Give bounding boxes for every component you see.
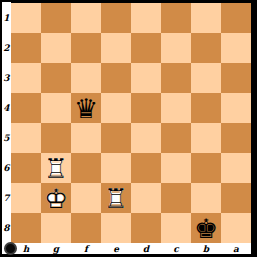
square-b5[interactable] — [191, 123, 221, 153]
square-f3[interactable] — [71, 63, 101, 93]
square-g1[interactable] — [41, 3, 71, 33]
square-g4[interactable] — [41, 93, 71, 123]
rank-label-8: 8 — [2, 213, 11, 243]
square-c4[interactable] — [161, 93, 191, 123]
square-d5[interactable] — [131, 123, 161, 153]
square-c1[interactable] — [161, 3, 191, 33]
square-b7[interactable] — [191, 183, 221, 213]
square-b3[interactable] — [191, 63, 221, 93]
square-d6[interactable] — [131, 153, 161, 183]
square-f4[interactable]: ♛ — [71, 93, 101, 123]
white-rook-g6[interactable]: ♖ — [41, 153, 71, 183]
square-e3[interactable] — [101, 63, 131, 93]
square-h8[interactable] — [11, 213, 41, 243]
square-h1[interactable] — [11, 3, 41, 33]
square-g6[interactable]: ♜♖ — [41, 153, 71, 183]
square-f5[interactable] — [71, 123, 101, 153]
square-d2[interactable] — [131, 33, 161, 63]
square-d7[interactable] — [131, 183, 161, 213]
square-e4[interactable] — [101, 93, 131, 123]
square-c6[interactable] — [161, 153, 191, 183]
square-f7[interactable] — [71, 183, 101, 213]
rank-label-4: 4 — [2, 93, 11, 123]
square-c7[interactable] — [161, 183, 191, 213]
white-rook-e7[interactable]: ♖ — [101, 183, 131, 213]
square-e2[interactable] — [101, 33, 131, 63]
square-h6[interactable] — [11, 153, 41, 183]
square-h5[interactable] — [11, 123, 41, 153]
square-c3[interactable] — [161, 63, 191, 93]
square-g5[interactable] — [41, 123, 71, 153]
square-d8[interactable] — [131, 213, 161, 243]
square-d4[interactable] — [131, 93, 161, 123]
rank-label-2: 2 — [2, 33, 11, 63]
square-e6[interactable] — [101, 153, 131, 183]
square-c2[interactable] — [161, 33, 191, 63]
square-e5[interactable] — [101, 123, 131, 153]
square-c8[interactable] — [161, 213, 191, 243]
square-e7[interactable]: ♜♖ — [101, 183, 131, 213]
square-g7[interactable]: ♚♔ — [41, 183, 71, 213]
black-queen-f4[interactable]: ♛ — [71, 93, 101, 123]
black-king-b8[interactable]: ♚ — [191, 213, 221, 243]
rank-label-1: 1 — [2, 3, 11, 33]
square-f6[interactable] — [71, 153, 101, 183]
square-b8[interactable]: ♚ — [191, 213, 221, 243]
square-a4[interactable] — [221, 93, 251, 123]
file-label-b: b — [191, 243, 221, 254]
rank-label-7: 7 — [2, 183, 11, 213]
file-label-c: c — [161, 243, 191, 254]
square-e1[interactable] — [101, 3, 131, 33]
square-e8[interactable] — [101, 213, 131, 243]
rank-label-5: 5 — [2, 123, 11, 153]
square-a7[interactable] — [221, 183, 251, 213]
file-label-e: e — [101, 243, 131, 254]
file-label-f: f — [71, 243, 101, 254]
square-f8[interactable] — [71, 213, 101, 243]
square-b4[interactable] — [191, 93, 221, 123]
square-a5[interactable] — [221, 123, 251, 153]
square-c5[interactable] — [161, 123, 191, 153]
square-g3[interactable] — [41, 63, 71, 93]
square-a3[interactable] — [221, 63, 251, 93]
file-label-g: g — [41, 243, 71, 254]
square-b2[interactable] — [191, 33, 221, 63]
rank-label-3: 3 — [2, 63, 11, 93]
file-label-d: d — [131, 243, 161, 254]
black-to-move-indicator — [4, 242, 17, 255]
chess-board: ♛♜♖♚♔♜♖♚ — [11, 3, 251, 243]
square-g8[interactable] — [41, 213, 71, 243]
square-h4[interactable] — [11, 93, 41, 123]
file-label-a: a — [221, 243, 251, 254]
square-a2[interactable] — [221, 33, 251, 63]
square-g2[interactable] — [41, 33, 71, 63]
square-a6[interactable] — [221, 153, 251, 183]
chess-diagram: ♛♜♖♚♔♜♖♚ 12345678hgfedcba — [0, 0, 257, 257]
square-f2[interactable] — [71, 33, 101, 63]
square-h3[interactable] — [11, 63, 41, 93]
square-d1[interactable] — [131, 3, 161, 33]
square-b6[interactable] — [191, 153, 221, 183]
square-a8[interactable] — [221, 213, 251, 243]
white-king-g7[interactable]: ♔ — [41, 183, 71, 213]
square-b1[interactable] — [191, 3, 221, 33]
rank-label-6: 6 — [2, 153, 11, 183]
square-f1[interactable] — [71, 3, 101, 33]
square-a1[interactable] — [221, 3, 251, 33]
square-h7[interactable] — [11, 183, 41, 213]
square-h2[interactable] — [11, 33, 41, 63]
square-d3[interactable] — [131, 63, 161, 93]
